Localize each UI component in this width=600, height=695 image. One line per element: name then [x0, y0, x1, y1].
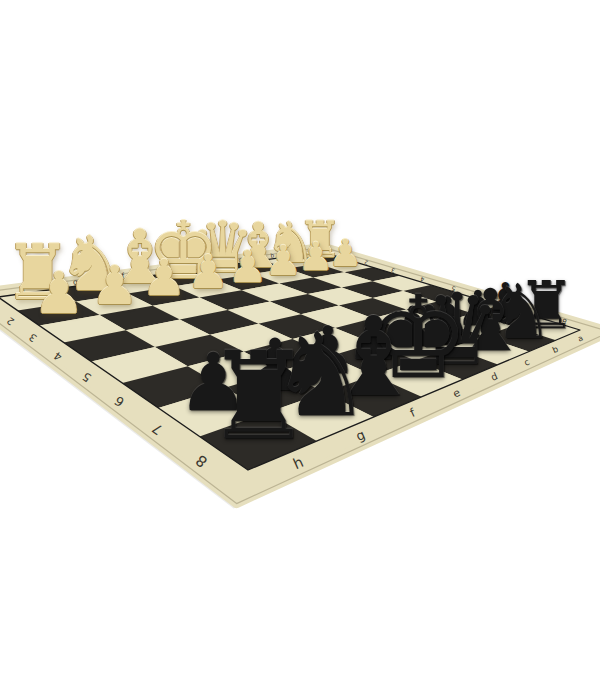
chess-board: 1122334455667788aabbccddeeffgghh — [0, 0, 600, 695]
chess-set-photo: 1122334455667788aabbccddeeffgghh ♜♞♝♛♚♝♞… — [0, 0, 600, 695]
